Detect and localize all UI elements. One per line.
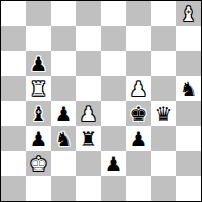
piece-black-pawn: ♟ <box>55 104 73 124</box>
piece-white-pawn: ♟ <box>130 79 148 99</box>
square-a8 <box>1 1 26 26</box>
square-g3 <box>151 126 176 151</box>
piece-black-pawn: ♟ <box>30 129 48 149</box>
square-f4: ♚ <box>126 101 151 126</box>
square-e4 <box>101 101 126 126</box>
square-a7 <box>1 26 26 51</box>
square-a4 <box>1 101 26 126</box>
square-b3: ♟ <box>26 126 51 151</box>
square-g1 <box>151 176 176 201</box>
square-d4: ♟ <box>76 101 101 126</box>
square-b1 <box>26 176 51 201</box>
square-d5 <box>76 76 101 101</box>
square-a1 <box>1 176 26 201</box>
square-b2: ♚ <box>26 151 51 176</box>
square-h5: ♞ <box>176 76 201 101</box>
square-h4 <box>176 101 201 126</box>
square-c2 <box>51 151 76 176</box>
square-f6 <box>126 51 151 76</box>
square-e7 <box>101 26 126 51</box>
square-c5 <box>51 76 76 101</box>
square-b8 <box>26 1 51 26</box>
square-d3: ♜ <box>76 126 101 151</box>
square-e1 <box>101 176 126 201</box>
square-c7 <box>51 26 76 51</box>
piece-white-king: ♚ <box>30 154 48 174</box>
square-e8 <box>101 1 126 26</box>
square-f5: ♟ <box>126 76 151 101</box>
square-e3 <box>101 126 126 151</box>
square-b6: ♟ <box>26 51 51 76</box>
square-f8 <box>126 1 151 26</box>
square-d6 <box>76 51 101 76</box>
square-g4: ♛ <box>151 101 176 126</box>
square-d2 <box>76 151 101 176</box>
piece-white-rook: ♜ <box>30 79 48 99</box>
square-h6 <box>176 51 201 76</box>
piece-white-bishop: ♝ <box>180 4 198 24</box>
square-g2 <box>151 151 176 176</box>
square-e2: ♟ <box>101 151 126 176</box>
piece-black-bishop: ♝ <box>30 104 48 124</box>
square-h1 <box>176 176 201 201</box>
piece-black-pawn: ♟ <box>130 129 148 149</box>
square-d1 <box>76 176 101 201</box>
piece-black-knight: ♞ <box>180 79 198 99</box>
square-f1 <box>126 176 151 201</box>
square-a2 <box>1 151 26 176</box>
square-d8 <box>76 1 101 26</box>
square-g7 <box>151 26 176 51</box>
square-d7 <box>76 26 101 51</box>
square-g5 <box>151 76 176 101</box>
piece-black-rook: ♜ <box>80 129 98 149</box>
board-frame: ♝♟♜♟♞♝♟♟♚♛♟♞♜♟♚♟ <box>0 0 202 202</box>
square-c1 <box>51 176 76 201</box>
square-f3: ♟ <box>126 126 151 151</box>
square-c6 <box>51 51 76 76</box>
square-g8 <box>151 1 176 26</box>
square-e6 <box>101 51 126 76</box>
square-a6 <box>1 51 26 76</box>
square-c3: ♞ <box>51 126 76 151</box>
piece-black-king: ♚ <box>130 104 148 124</box>
piece-black-queen: ♛ <box>155 104 173 124</box>
square-h8: ♝ <box>176 1 201 26</box>
square-b4: ♝ <box>26 101 51 126</box>
square-f7 <box>126 26 151 51</box>
square-a3 <box>1 126 26 151</box>
square-c8 <box>51 1 76 26</box>
square-h7 <box>176 26 201 51</box>
square-a5 <box>1 76 26 101</box>
square-b5: ♜ <box>26 76 51 101</box>
piece-black-pawn: ♟ <box>30 54 48 74</box>
square-e5 <box>101 76 126 101</box>
piece-black-pawn: ♟ <box>105 154 123 174</box>
square-f2 <box>126 151 151 176</box>
square-h3 <box>176 126 201 151</box>
square-g6 <box>151 51 176 76</box>
piece-black-knight: ♞ <box>55 129 73 149</box>
square-c4: ♟ <box>51 101 76 126</box>
chess-board: ♝♟♜♟♞♝♟♟♚♛♟♞♜♟♚♟ <box>1 1 201 201</box>
square-h2 <box>176 151 201 176</box>
piece-white-pawn: ♟ <box>80 104 98 124</box>
square-b7 <box>26 26 51 51</box>
